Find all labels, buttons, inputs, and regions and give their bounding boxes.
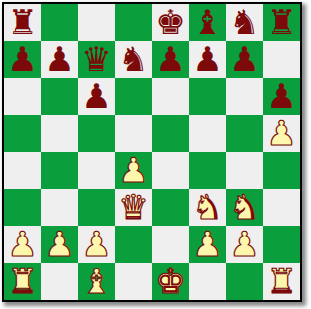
white-rook[interactable]: ♜ bbox=[266, 264, 296, 298]
square-f4[interactable] bbox=[189, 152, 226, 189]
square-g7[interactable]: ♟ bbox=[226, 41, 263, 78]
black-pawn[interactable]: ♟ bbox=[192, 42, 222, 76]
square-f3[interactable]: ♞ bbox=[189, 189, 226, 226]
square-c3[interactable] bbox=[78, 189, 115, 226]
square-a1[interactable]: ♜ bbox=[4, 263, 41, 300]
board-grid: ♜♚♝♞♜♟♟♛♞♟♟♟♟♟♟♟♛♞♞♟♟♟♟♟♜♝♚♜ bbox=[4, 4, 300, 300]
square-a7[interactable]: ♟ bbox=[4, 41, 41, 78]
square-g4[interactable] bbox=[226, 152, 263, 189]
square-c7[interactable]: ♛ bbox=[78, 41, 115, 78]
square-c4[interactable] bbox=[78, 152, 115, 189]
square-g2[interactable]: ♟ bbox=[226, 226, 263, 263]
white-knight[interactable]: ♞ bbox=[192, 190, 222, 224]
square-h6[interactable]: ♟ bbox=[263, 78, 300, 115]
square-f5[interactable] bbox=[189, 115, 226, 152]
square-f8[interactable]: ♝ bbox=[189, 4, 226, 41]
square-b2[interactable]: ♟ bbox=[41, 226, 78, 263]
square-e6[interactable] bbox=[152, 78, 189, 115]
black-pawn[interactable]: ♟ bbox=[229, 42, 259, 76]
square-c8[interactable] bbox=[78, 4, 115, 41]
chess-board: ♜♚♝♞♜♟♟♛♞♟♟♟♟♟♟♟♛♞♞♟♟♟♟♟♜♝♚♜ bbox=[2, 2, 302, 302]
square-e7[interactable]: ♟ bbox=[152, 41, 189, 78]
square-h8[interactable]: ♜ bbox=[263, 4, 300, 41]
square-d3[interactable]: ♛ bbox=[115, 189, 152, 226]
black-pawn[interactable]: ♟ bbox=[155, 42, 185, 76]
square-e8[interactable]: ♚ bbox=[152, 4, 189, 41]
square-c2[interactable]: ♟ bbox=[78, 226, 115, 263]
square-h3[interactable] bbox=[263, 189, 300, 226]
square-d8[interactable] bbox=[115, 4, 152, 41]
square-f1[interactable] bbox=[189, 263, 226, 300]
square-d5[interactable] bbox=[115, 115, 152, 152]
square-f2[interactable]: ♟ bbox=[189, 226, 226, 263]
square-h2[interactable] bbox=[263, 226, 300, 263]
square-a3[interactable] bbox=[4, 189, 41, 226]
square-e1[interactable]: ♚ bbox=[152, 263, 189, 300]
square-d4[interactable]: ♟ bbox=[115, 152, 152, 189]
square-d2[interactable] bbox=[115, 226, 152, 263]
square-a2[interactable]: ♟ bbox=[4, 226, 41, 263]
black-knight[interactable]: ♞ bbox=[229, 5, 259, 39]
square-e5[interactable] bbox=[152, 115, 189, 152]
black-rook[interactable]: ♜ bbox=[7, 5, 37, 39]
page-background: ♜♚♝♞♜♟♟♛♞♟♟♟♟♟♟♟♛♞♞♟♟♟♟♟♜♝♚♜ bbox=[0, 0, 311, 309]
white-rook[interactable]: ♜ bbox=[7, 264, 37, 298]
black-pawn[interactable]: ♟ bbox=[266, 79, 296, 113]
square-g8[interactable]: ♞ bbox=[226, 4, 263, 41]
square-a5[interactable] bbox=[4, 115, 41, 152]
square-d6[interactable] bbox=[115, 78, 152, 115]
square-g3[interactable]: ♞ bbox=[226, 189, 263, 226]
black-king[interactable]: ♚ bbox=[155, 5, 185, 39]
square-c5[interactable] bbox=[78, 115, 115, 152]
square-c6[interactable]: ♟ bbox=[78, 78, 115, 115]
square-g6[interactable] bbox=[226, 78, 263, 115]
square-b1[interactable] bbox=[41, 263, 78, 300]
white-pawn[interactable]: ♟ bbox=[266, 116, 296, 150]
square-h5[interactable]: ♟ bbox=[263, 115, 300, 152]
square-b5[interactable] bbox=[41, 115, 78, 152]
white-queen[interactable]: ♛ bbox=[118, 190, 148, 224]
white-pawn[interactable]: ♟ bbox=[44, 227, 74, 261]
square-g5[interactable] bbox=[226, 115, 263, 152]
square-a6[interactable] bbox=[4, 78, 41, 115]
square-h7[interactable] bbox=[263, 41, 300, 78]
square-c1[interactable]: ♝ bbox=[78, 263, 115, 300]
square-b7[interactable]: ♟ bbox=[41, 41, 78, 78]
white-pawn[interactable]: ♟ bbox=[118, 153, 148, 187]
square-h1[interactable]: ♜ bbox=[263, 263, 300, 300]
white-pawn[interactable]: ♟ bbox=[229, 227, 259, 261]
black-pawn[interactable]: ♟ bbox=[7, 42, 37, 76]
black-bishop[interactable]: ♝ bbox=[192, 5, 222, 39]
black-pawn[interactable]: ♟ bbox=[44, 42, 74, 76]
white-bishop[interactable]: ♝ bbox=[81, 264, 111, 298]
black-rook[interactable]: ♜ bbox=[266, 5, 296, 39]
black-pawn[interactable]: ♟ bbox=[81, 79, 111, 113]
white-pawn[interactable]: ♟ bbox=[81, 227, 111, 261]
square-h4[interactable] bbox=[263, 152, 300, 189]
square-d1[interactable] bbox=[115, 263, 152, 300]
square-g1[interactable] bbox=[226, 263, 263, 300]
square-d7[interactable]: ♞ bbox=[115, 41, 152, 78]
black-queen[interactable]: ♛ bbox=[81, 42, 111, 76]
square-a8[interactable]: ♜ bbox=[4, 4, 41, 41]
black-knight[interactable]: ♞ bbox=[118, 42, 148, 76]
square-b6[interactable] bbox=[41, 78, 78, 115]
square-f7[interactable]: ♟ bbox=[189, 41, 226, 78]
white-pawn[interactable]: ♟ bbox=[7, 227, 37, 261]
square-e2[interactable] bbox=[152, 226, 189, 263]
square-a4[interactable] bbox=[4, 152, 41, 189]
square-e4[interactable] bbox=[152, 152, 189, 189]
square-b8[interactable] bbox=[41, 4, 78, 41]
square-f6[interactable] bbox=[189, 78, 226, 115]
square-e3[interactable] bbox=[152, 189, 189, 226]
white-knight[interactable]: ♞ bbox=[229, 190, 259, 224]
square-b4[interactable] bbox=[41, 152, 78, 189]
white-pawn[interactable]: ♟ bbox=[192, 227, 222, 261]
square-b3[interactable] bbox=[41, 189, 78, 226]
white-king[interactable]: ♚ bbox=[155, 264, 185, 298]
